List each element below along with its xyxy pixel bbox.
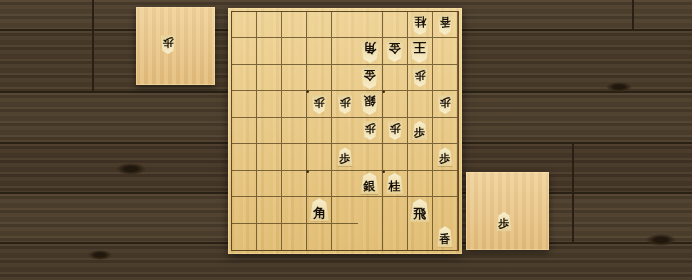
board-cell-9b[interactable] (232, 38, 257, 64)
board-cell-2c[interactable]: 歩 (408, 65, 433, 91)
board-cell-4e[interactable]: 歩 (358, 118, 383, 144)
piece-pawn-sente[interactable]: 歩 (437, 147, 453, 166)
board-cell-6b[interactable] (307, 38, 332, 64)
board-cell-3i[interactable] (383, 224, 408, 250)
board-cell-5a[interactable] (332, 12, 357, 38)
piece-knight-sente[interactable]: 桂 (386, 173, 404, 194)
wood-knot (88, 250, 112, 260)
wood-knot (646, 234, 676, 246)
board-cell-5c[interactable] (332, 65, 357, 91)
board-cell-8c[interactable] (257, 65, 282, 91)
board-cell-2h[interactable]: 飛 (408, 197, 433, 223)
wood-knot (116, 163, 146, 175)
board-cell-9d[interactable] (232, 91, 257, 117)
board-cell-2d[interactable] (408, 91, 433, 117)
plank-seam (632, 0, 634, 29)
piece-pawn-gote[interactable]: 歩 (362, 121, 378, 140)
board-cell-9f[interactable] (232, 144, 257, 170)
board-cell-4g[interactable]: 銀 (358, 171, 383, 197)
board-cell-4b[interactable]: 角 (358, 38, 383, 64)
board-cell-6g[interactable] (307, 171, 332, 197)
board-cell-4a[interactable] (358, 12, 383, 38)
board-cell-1a[interactable]: 香 (433, 12, 458, 38)
board-cell-2b[interactable]: 王 (408, 38, 433, 64)
piece-silver-sente[interactable]: 銀 (360, 172, 379, 194)
board-cell-7e[interactable] (282, 118, 307, 144)
board-cell-7d[interactable] (282, 91, 307, 117)
board-cell-3a[interactable] (383, 12, 408, 38)
board-cell-3f[interactable] (383, 144, 408, 170)
board-cell-9i[interactable] (232, 224, 257, 250)
piece-pawn-gote[interactable]: 歩 (387, 121, 403, 140)
board-cell-3b[interactable]: 金 (383, 38, 408, 64)
piece-gold-gote[interactable]: 金 (360, 67, 379, 89)
board-cell-2f[interactable] (408, 144, 433, 170)
board-cell-2e[interactable]: 歩 (408, 118, 433, 144)
board-cell-9a[interactable] (232, 12, 257, 38)
board-cell-5d[interactable]: 歩 (332, 91, 357, 117)
board-cell-1i[interactable]: 香 (433, 224, 458, 250)
board-cell-4i[interactable] (358, 224, 383, 250)
board-cell-7b[interactable] (282, 38, 307, 64)
board-cell-7h[interactable] (282, 197, 307, 223)
piece-pawn-sente[interactable]: 歩 (412, 121, 428, 140)
board-cell-1c[interactable] (433, 65, 458, 91)
board-grid: 桂香角金王金歩歩歩銀歩歩歩歩歩歩銀桂角飛香 (231, 11, 459, 251)
board-cell-1h[interactable] (433, 197, 458, 223)
board-cell-8a[interactable] (257, 12, 282, 38)
board-cell-5i[interactable] (332, 224, 357, 250)
board-cell-1f[interactable]: 歩 (433, 144, 458, 170)
shogi-scene: 歩 桂香角金王金歩歩歩銀歩歩歩歩歩歩銀桂角飛香 歩 (0, 0, 692, 280)
board-cell-8g[interactable] (257, 171, 282, 197)
board-cell-6f[interactable] (307, 144, 332, 170)
piece-gold-gote[interactable]: 金 (385, 40, 404, 62)
board-cell-9g[interactable] (232, 171, 257, 197)
board-cell-1g[interactable] (433, 171, 458, 197)
piece-silver-gote[interactable]: 銀 (360, 93, 379, 115)
board-cell-6a[interactable] (307, 12, 332, 38)
board-cell-5e[interactable] (332, 118, 357, 144)
board-cell-5b[interactable] (332, 38, 357, 64)
board-cell-8b[interactable] (257, 38, 282, 64)
piece-bishop-gote[interactable]: 角 (360, 40, 380, 63)
piece-pawn-gote[interactable]: 歩 (437, 95, 453, 114)
plank-seam (92, 0, 94, 91)
piece-pawn-sente[interactable]: 歩 (496, 212, 512, 231)
board-cell-1d[interactable]: 歩 (433, 91, 458, 117)
piece-king-gote[interactable]: 王 (409, 39, 430, 63)
board-cell-7c[interactable] (282, 65, 307, 91)
piece-lance-sente[interactable]: 香 (437, 226, 453, 247)
board-cell-4d[interactable]: 銀 (358, 91, 383, 117)
board-cell-7f[interactable] (282, 144, 307, 170)
board-cell-8h[interactable] (257, 197, 282, 223)
board-cell-1e[interactable] (433, 118, 458, 144)
board-cell-4c[interactable]: 金 (358, 65, 383, 91)
board-cell-5h[interactable] (332, 197, 357, 223)
sente-komadai-tray: 歩 (466, 172, 549, 250)
board-cell-8f[interactable] (257, 144, 282, 170)
board-cell-6c[interactable] (307, 65, 332, 91)
wood-knot (606, 82, 632, 92)
board-cell-6h[interactable]: 角 (307, 197, 332, 223)
board-cell-1b[interactable] (433, 38, 458, 64)
board-cell-8e[interactable] (257, 118, 282, 144)
shogi-board: 桂香角金王金歩歩歩銀歩歩歩歩歩歩銀桂角飛香 (228, 8, 462, 254)
board-cell-4f[interactable] (358, 144, 383, 170)
piece-lance-gote[interactable]: 香 (437, 14, 453, 35)
piece-pawn-gote[interactable]: 歩 (337, 95, 353, 114)
board-cell-9c[interactable] (232, 65, 257, 91)
board-cell-3h[interactable] (383, 197, 408, 223)
board-cell-3c[interactable] (383, 65, 408, 91)
board-cell-7g[interactable] (282, 171, 307, 197)
board-cell-5f[interactable]: 歩 (332, 144, 357, 170)
board-cell-7a[interactable] (282, 12, 307, 38)
board-cell-2g[interactable] (408, 171, 433, 197)
board-cell-8d[interactable] (257, 91, 282, 117)
piece-bishop-sente[interactable]: 角 (309, 198, 329, 221)
board-cell-4h[interactable] (358, 197, 383, 223)
board-cell-2i[interactable] (408, 224, 433, 250)
board-cell-8i[interactable] (257, 224, 282, 250)
board-cell-2a[interactable]: 桂 (408, 12, 433, 38)
board-cell-3d[interactable] (383, 91, 408, 117)
piece-pawn-gote[interactable]: 歩 (160, 35, 176, 54)
board-cell-7i[interactable] (282, 224, 307, 250)
plank-seam (572, 144, 574, 242)
board-cell-9e[interactable] (232, 118, 257, 144)
board-cell-9h[interactable] (232, 197, 257, 223)
board-cell-6e[interactable] (307, 118, 332, 144)
board-cell-3e[interactable]: 歩 (383, 118, 408, 144)
piece-pawn-gote[interactable]: 歩 (412, 68, 428, 87)
gote-komadai-tray: 歩 (136, 7, 215, 85)
board-cell-6i[interactable] (307, 224, 332, 250)
board-cell-3g[interactable]: 桂 (383, 171, 408, 197)
board-cell-6d[interactable]: 歩 (307, 91, 332, 117)
piece-pawn-gote[interactable]: 歩 (311, 95, 327, 114)
piece-pawn-sente[interactable]: 歩 (337, 147, 353, 166)
piece-rook-sente[interactable]: 飛 (410, 199, 430, 222)
board-cell-5g[interactable] (332, 171, 357, 197)
piece-knight-gote[interactable]: 桂 (411, 14, 429, 35)
